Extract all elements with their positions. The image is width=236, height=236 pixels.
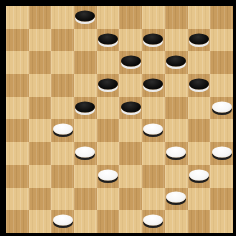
square-r2c3[interactable] (74, 51, 97, 74)
black-man-piece[interactable] (121, 101, 141, 112)
white-man-piece[interactable] (166, 146, 186, 157)
square-r9c0[interactable] (6, 210, 29, 233)
white-man-piece[interactable] (98, 169, 118, 180)
black-man-piece[interactable] (75, 10, 95, 21)
square-r2c0 (6, 51, 29, 74)
square-r5c0[interactable] (6, 119, 29, 142)
square-r6c7[interactable] (165, 142, 188, 165)
white-man-piece[interactable] (53, 124, 73, 135)
square-r0c5[interactable] (119, 6, 142, 29)
white-man-piece[interactable] (189, 169, 209, 180)
black-man-piece[interactable] (98, 33, 118, 44)
square-r4c4 (97, 97, 120, 120)
square-r0c2 (51, 6, 74, 29)
square-r2c1[interactable] (29, 51, 52, 74)
square-r2c7[interactable] (165, 51, 188, 74)
square-r2c4 (97, 51, 120, 74)
square-r4c8 (188, 97, 211, 120)
square-r8c7[interactable] (165, 188, 188, 211)
square-r3c2[interactable] (51, 74, 74, 97)
white-man-piece[interactable] (212, 101, 232, 112)
square-r4c3[interactable] (74, 97, 97, 120)
square-r7c5 (119, 165, 142, 188)
square-r5c8[interactable] (188, 119, 211, 142)
square-r8c3[interactable] (74, 188, 97, 211)
square-r8c8 (188, 188, 211, 211)
square-r0c0 (6, 6, 29, 29)
square-r4c5[interactable] (119, 97, 142, 120)
square-r6c2 (51, 142, 74, 165)
square-r6c1[interactable] (29, 142, 52, 165)
square-r1c2[interactable] (51, 29, 74, 52)
square-r4c1[interactable] (29, 97, 52, 120)
square-r6c6 (142, 142, 165, 165)
square-r3c6[interactable] (142, 74, 165, 97)
square-r8c9[interactable] (210, 188, 233, 211)
square-r3c7 (165, 74, 188, 97)
square-r7c6[interactable] (142, 165, 165, 188)
square-r1c8[interactable] (188, 29, 211, 52)
square-r1c7 (165, 29, 188, 52)
square-r9c5 (119, 210, 142, 233)
square-r6c0 (6, 142, 29, 165)
white-man-piece[interactable] (143, 215, 163, 226)
square-r0c7[interactable] (165, 6, 188, 29)
square-r7c2[interactable] (51, 165, 74, 188)
black-man-piece[interactable] (143, 78, 163, 89)
square-r0c9[interactable] (210, 6, 233, 29)
square-r0c1[interactable] (29, 6, 52, 29)
square-r3c8[interactable] (188, 74, 211, 97)
square-r0c8 (188, 6, 211, 29)
black-man-piece[interactable] (75, 101, 95, 112)
white-man-piece[interactable] (166, 192, 186, 203)
square-r4c2 (51, 97, 74, 120)
square-r2c6 (142, 51, 165, 74)
square-r3c0[interactable] (6, 74, 29, 97)
square-r2c9[interactable] (210, 51, 233, 74)
square-r9c4[interactable] (97, 210, 120, 233)
square-r6c9[interactable] (210, 142, 233, 165)
square-r1c5 (119, 29, 142, 52)
square-r0c3[interactable] (74, 6, 97, 29)
white-man-piece[interactable] (212, 146, 232, 157)
square-r3c4[interactable] (97, 74, 120, 97)
square-r9c8[interactable] (188, 210, 211, 233)
square-r1c1 (29, 29, 52, 52)
square-r6c5[interactable] (119, 142, 142, 165)
square-r1c3 (74, 29, 97, 52)
square-r7c3 (74, 165, 97, 188)
square-r2c5[interactable] (119, 51, 142, 74)
square-r1c4[interactable] (97, 29, 120, 52)
black-man-piece[interactable] (189, 33, 209, 44)
square-r7c8[interactable] (188, 165, 211, 188)
black-man-piece[interactable] (121, 56, 141, 67)
square-r6c8 (188, 142, 211, 165)
square-r7c0[interactable] (6, 165, 29, 188)
black-man-piece[interactable] (166, 56, 186, 67)
square-r7c4[interactable] (97, 165, 120, 188)
black-man-piece[interactable] (98, 78, 118, 89)
square-r5c4[interactable] (97, 119, 120, 142)
square-r8c0 (6, 188, 29, 211)
square-r1c6[interactable] (142, 29, 165, 52)
square-r3c1 (29, 74, 52, 97)
draughts-board (6, 6, 233, 233)
square-r9c2[interactable] (51, 210, 74, 233)
white-man-piece[interactable] (75, 146, 95, 157)
square-r6c4 (97, 142, 120, 165)
square-r1c9 (210, 29, 233, 52)
square-r9c9 (210, 210, 233, 233)
square-r4c6 (142, 97, 165, 120)
square-r5c6[interactable] (142, 119, 165, 142)
square-r6c3[interactable] (74, 142, 97, 165)
square-r9c7 (165, 210, 188, 233)
black-man-piece[interactable] (189, 78, 209, 89)
square-r8c4 (97, 188, 120, 211)
square-r9c1 (29, 210, 52, 233)
black-man-piece[interactable] (143, 33, 163, 44)
square-r2c2 (51, 51, 74, 74)
square-r5c2[interactable] (51, 119, 74, 142)
square-r5c7 (165, 119, 188, 142)
square-r5c9 (210, 119, 233, 142)
square-r5c5 (119, 119, 142, 142)
square-r0c6 (142, 6, 165, 29)
white-man-piece[interactable] (143, 124, 163, 135)
square-r3c3 (74, 74, 97, 97)
square-r3c5 (119, 74, 142, 97)
square-r4c9[interactable] (210, 97, 233, 120)
square-r8c5[interactable] (119, 188, 142, 211)
square-r7c1 (29, 165, 52, 188)
square-r8c1[interactable] (29, 188, 52, 211)
square-r7c9 (210, 165, 233, 188)
square-r1c0[interactable] (6, 29, 29, 52)
square-r4c7[interactable] (165, 97, 188, 120)
square-r7c7 (165, 165, 188, 188)
square-r2c8 (188, 51, 211, 74)
square-r0c4 (97, 6, 120, 29)
square-r5c1 (29, 119, 52, 142)
square-r8c6 (142, 188, 165, 211)
square-r4c0 (6, 97, 29, 120)
white-man-piece[interactable] (53, 215, 73, 226)
square-r9c3 (74, 210, 97, 233)
draughts-board-frame (0, 0, 236, 236)
square-r5c3 (74, 119, 97, 142)
square-r3c9 (210, 74, 233, 97)
square-r8c2 (51, 188, 74, 211)
square-r9c6[interactable] (142, 210, 165, 233)
